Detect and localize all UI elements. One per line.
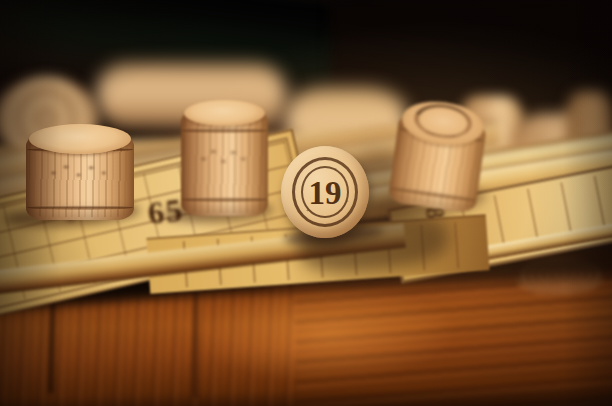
lotto-game-photo: 84 25 65 50 (0, 0, 612, 406)
vignette (0, 0, 612, 406)
